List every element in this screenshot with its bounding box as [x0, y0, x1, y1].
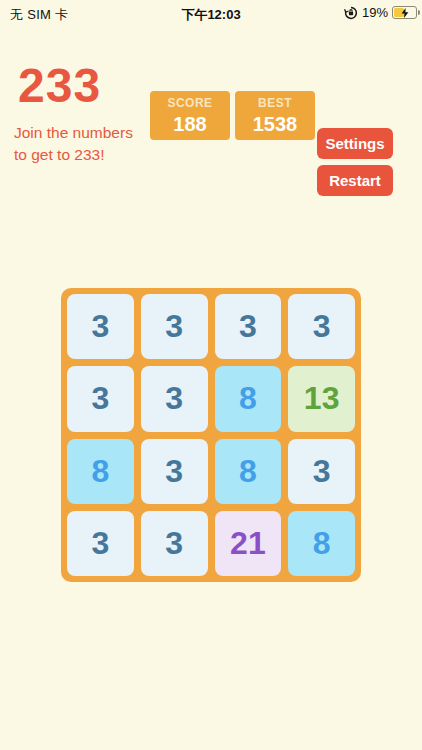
battery-percent: 19%	[362, 5, 388, 20]
battery-nub	[418, 10, 420, 15]
tile-r4c4: 8	[288, 511, 355, 576]
charging-bolt-icon	[393, 7, 416, 19]
tile-r4c3: 21	[215, 511, 282, 576]
status-bar-right: 19%	[344, 5, 417, 20]
score-value: 188	[173, 113, 206, 136]
status-bar: 无 SIM 卡 下午12:03 19%	[0, 0, 422, 26]
battery-icon	[392, 6, 417, 20]
tile-r3c2: 3	[141, 439, 208, 504]
tile-r1c4: 3	[288, 294, 355, 359]
tile-r3c3: 8	[215, 439, 282, 504]
app-screen: 无 SIM 卡 下午12:03 19%	[0, 0, 422, 750]
score-label: SCORE	[167, 96, 212, 110]
tile-r2c3: 8	[215, 366, 282, 431]
tile-r4c1: 3	[67, 511, 134, 576]
tile-r2c2: 3	[141, 366, 208, 431]
page-title: 233	[18, 58, 101, 113]
tile-r2c4: 13	[288, 366, 355, 431]
best-box: BEST 1538	[235, 91, 315, 140]
settings-button[interactable]: Settings	[317, 128, 393, 159]
game-board[interactable]: 333333813838333218	[61, 288, 361, 582]
best-label: BEST	[258, 96, 292, 110]
best-value: 1538	[253, 113, 298, 136]
subtitle-line-2: to get to 233!	[14, 144, 174, 166]
tile-r1c2: 3	[141, 294, 208, 359]
tile-r3c4: 3	[288, 439, 355, 504]
tile-r1c1: 3	[67, 294, 134, 359]
score-box: SCORE 188	[150, 91, 230, 140]
orientation-lock-icon	[344, 6, 358, 20]
tile-r1c3: 3	[215, 294, 282, 359]
tile-r3c1: 8	[67, 439, 134, 504]
tile-r2c1: 3	[67, 366, 134, 431]
restart-button[interactable]: Restart	[317, 165, 393, 196]
tile-r4c2: 3	[141, 511, 208, 576]
